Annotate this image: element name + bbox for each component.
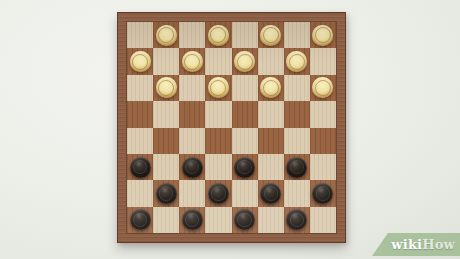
square-r4c1[interactable] [127, 101, 153, 127]
square-r3c2[interactable]: ⛀ [153, 75, 179, 101]
square-r6c5[interactable]: ⛂ [232, 154, 258, 180]
wikihow-watermark-wiki: wiki [391, 237, 422, 252]
square-r1c7[interactable] [284, 22, 310, 48]
square-r1c8[interactable]: ⛀ [310, 22, 336, 48]
dark-checker[interactable]: ⛂ [286, 157, 307, 178]
square-r8c8[interactable] [310, 207, 336, 233]
square-r4c2[interactable] [153, 101, 179, 127]
square-r4c3[interactable] [179, 101, 205, 127]
light-checker[interactable]: ⛀ [130, 51, 151, 72]
checkers-board: ⛀⛀⛀⛀⛀⛀⛀⛀⛀⛀⛀⛀⛂⛂⛂⛂⛂⛂⛂⛂⛂⛂⛂⛂ [117, 12, 346, 243]
square-r5c6[interactable] [258, 128, 284, 154]
square-r7c4[interactable]: ⛂ [205, 180, 231, 206]
square-r8c3[interactable]: ⛂ [179, 207, 205, 233]
square-r5c5[interactable] [232, 128, 258, 154]
square-r6c7[interactable]: ⛂ [284, 154, 310, 180]
square-r6c8[interactable] [310, 154, 336, 180]
square-r8c6[interactable] [258, 207, 284, 233]
square-r1c3[interactable] [179, 22, 205, 48]
square-r5c8[interactable] [310, 128, 336, 154]
light-checker[interactable]: ⛀ [312, 77, 333, 98]
square-r3c8[interactable]: ⛀ [310, 75, 336, 101]
square-r2c8[interactable] [310, 48, 336, 74]
dark-checker[interactable]: ⛂ [130, 209, 151, 230]
square-r4c4[interactable] [205, 101, 231, 127]
square-r6c1[interactable]: ⛂ [127, 154, 153, 180]
square-r2c3[interactable]: ⛀ [179, 48, 205, 74]
square-r5c7[interactable] [284, 128, 310, 154]
dark-checker[interactable]: ⛂ [234, 209, 255, 230]
board-grid: ⛀⛀⛀⛀⛀⛀⛀⛀⛀⛀⛀⛀⛂⛂⛂⛂⛂⛂⛂⛂⛂⛂⛂⛂ [126, 21, 337, 234]
light-checker[interactable]: ⛀ [260, 77, 281, 98]
light-checker[interactable]: ⛀ [156, 77, 177, 98]
dark-checker[interactable]: ⛂ [156, 183, 177, 204]
light-checker[interactable]: ⛀ [312, 25, 333, 46]
square-r1c2[interactable]: ⛀ [153, 22, 179, 48]
light-checker[interactable]: ⛀ [234, 51, 255, 72]
square-r1c1[interactable] [127, 22, 153, 48]
square-r7c6[interactable]: ⛂ [258, 180, 284, 206]
square-r3c3[interactable] [179, 75, 205, 101]
dark-checker[interactable]: ⛂ [182, 157, 203, 178]
square-r2c6[interactable] [258, 48, 284, 74]
photo-background: ⛀⛀⛀⛀⛀⛀⛀⛀⛀⛀⛀⛀⛂⛂⛂⛂⛂⛂⛂⛂⛂⛂⛂⛂ wikiHow [0, 0, 460, 259]
square-r1c4[interactable]: ⛀ [205, 22, 231, 48]
square-r8c2[interactable] [153, 207, 179, 233]
square-r5c3[interactable] [179, 128, 205, 154]
square-r5c2[interactable] [153, 128, 179, 154]
wikihow-watermark: wikiHow [372, 233, 460, 256]
dark-checker[interactable]: ⛂ [182, 209, 203, 230]
square-r8c4[interactable] [205, 207, 231, 233]
square-r5c1[interactable] [127, 128, 153, 154]
square-r2c4[interactable] [205, 48, 231, 74]
square-r7c8[interactable]: ⛂ [310, 180, 336, 206]
square-r3c7[interactable] [284, 75, 310, 101]
square-r7c7[interactable] [284, 180, 310, 206]
square-r7c1[interactable] [127, 180, 153, 206]
light-checker[interactable]: ⛀ [182, 51, 203, 72]
dark-checker[interactable]: ⛂ [234, 157, 255, 178]
square-r1c5[interactable] [232, 22, 258, 48]
light-checker[interactable]: ⛀ [156, 25, 177, 46]
square-r6c6[interactable] [258, 154, 284, 180]
light-checker[interactable]: ⛀ [286, 51, 307, 72]
square-r2c7[interactable]: ⛀ [284, 48, 310, 74]
square-r4c7[interactable] [284, 101, 310, 127]
square-r2c1[interactable]: ⛀ [127, 48, 153, 74]
square-r7c2[interactable]: ⛂ [153, 180, 179, 206]
dark-checker[interactable]: ⛂ [312, 183, 333, 204]
square-r3c6[interactable]: ⛀ [258, 75, 284, 101]
square-r4c8[interactable] [310, 101, 336, 127]
square-r7c5[interactable] [232, 180, 258, 206]
square-r4c6[interactable] [258, 101, 284, 127]
square-r6c4[interactable] [205, 154, 231, 180]
dark-checker[interactable]: ⛂ [130, 157, 151, 178]
square-r1c6[interactable]: ⛀ [258, 22, 284, 48]
dark-checker[interactable]: ⛂ [286, 209, 307, 230]
square-r7c3[interactable] [179, 180, 205, 206]
square-r8c5[interactable]: ⛂ [232, 207, 258, 233]
square-r3c5[interactable] [232, 75, 258, 101]
dark-checker[interactable]: ⛂ [260, 183, 281, 204]
dark-checker[interactable]: ⛂ [208, 183, 229, 204]
square-r5c4[interactable] [205, 128, 231, 154]
square-r2c2[interactable] [153, 48, 179, 74]
square-r8c1[interactable]: ⛂ [127, 207, 153, 233]
wikihow-watermark-how: How [422, 237, 455, 252]
square-r8c7[interactable]: ⛂ [284, 207, 310, 233]
square-r6c3[interactable]: ⛂ [179, 154, 205, 180]
light-checker[interactable]: ⛀ [208, 25, 229, 46]
light-checker[interactable]: ⛀ [208, 77, 229, 98]
square-r4c5[interactable] [232, 101, 258, 127]
square-r6c2[interactable] [153, 154, 179, 180]
square-r3c4[interactable]: ⛀ [205, 75, 231, 101]
light-checker[interactable]: ⛀ [260, 25, 281, 46]
square-r2c5[interactable]: ⛀ [232, 48, 258, 74]
square-r3c1[interactable] [127, 75, 153, 101]
